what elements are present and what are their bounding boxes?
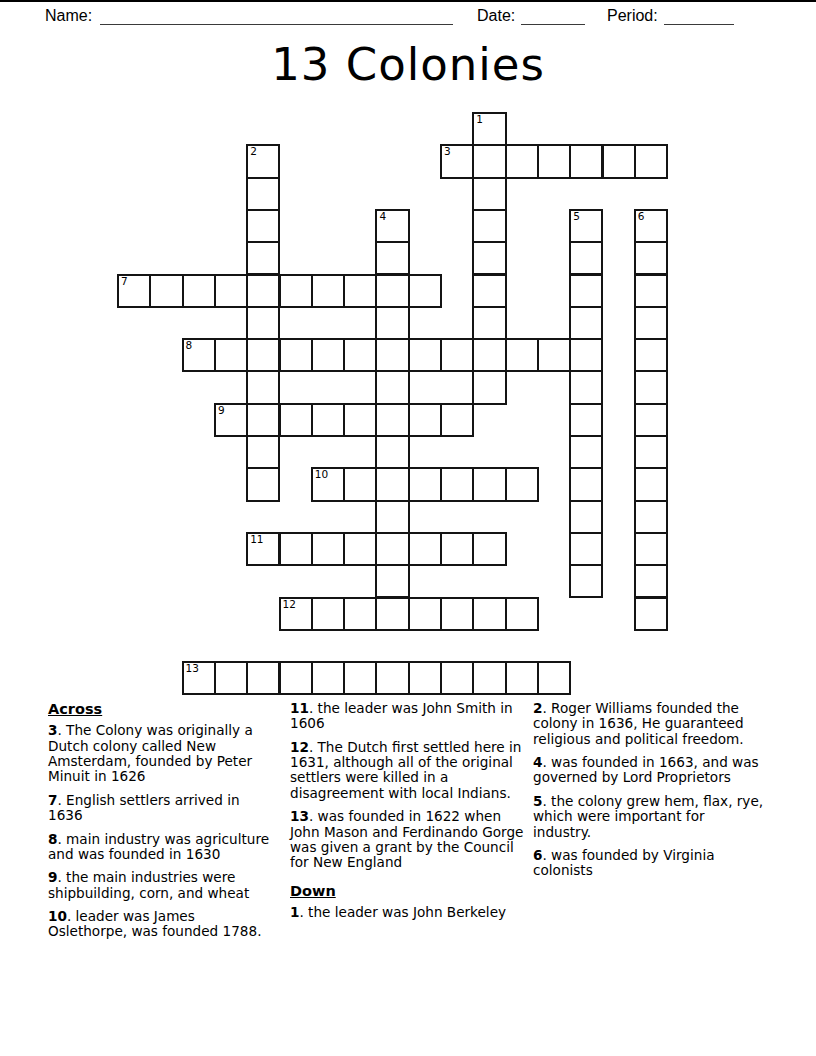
grid-cell-r15c8[interactable] xyxy=(375,597,409,631)
grid-cell-r17c2[interactable]: 13 xyxy=(182,661,216,695)
grid-cell-r12c14[interactable] xyxy=(569,500,603,534)
grid-cell-r1c13[interactable] xyxy=(537,144,571,178)
clue-text: . the leader was John Smith in 1606 xyxy=(290,700,513,731)
clue-text: . The Colony was originally a Dutch colo… xyxy=(48,722,253,784)
grid-cell-r7c4[interactable] xyxy=(246,338,280,372)
grid-cell-r7c3[interactable] xyxy=(214,338,248,372)
name-field[interactable] xyxy=(100,7,453,25)
grid-cell-r6c4[interactable] xyxy=(246,306,280,340)
clue-across-10: 10. leader was James Oslethorpe, was fou… xyxy=(48,909,278,940)
grid-cell-r7c11[interactable] xyxy=(472,338,506,372)
grid-cell-r17c13[interactable] xyxy=(537,661,571,695)
clue-text: . The Dutch first settled here in 1631, … xyxy=(290,739,521,801)
grid-cell-r17c12[interactable] xyxy=(505,661,539,695)
grid-cell-r13c9[interactable] xyxy=(408,532,442,566)
grid-cell-r5c3[interactable] xyxy=(214,274,248,308)
clue-text: . the leader was John Berkeley xyxy=(299,904,506,920)
grid-cell-r11c6[interactable]: 10 xyxy=(311,467,345,501)
clue-across-12: 12. The Dutch first settled here in 1631… xyxy=(290,740,528,801)
grid-cell-r7c14[interactable] xyxy=(569,338,603,372)
grid-cell-r11c12[interactable] xyxy=(505,467,539,501)
clue-text: . was founded in 1622 when John Mason an… xyxy=(290,808,523,870)
cell-number-13: 13 xyxy=(186,663,199,674)
grid-cell-r9c5[interactable] xyxy=(279,403,313,437)
grid-cell-r8c14[interactable] xyxy=(569,370,603,404)
grid-cell-r17c9[interactable] xyxy=(408,661,442,695)
grid-cell-r2c4[interactable] xyxy=(246,177,280,211)
grid-cell-r5c11[interactable] xyxy=(472,274,506,308)
clue-number: 12 xyxy=(290,739,309,755)
grid-cell-r11c7[interactable] xyxy=(343,467,377,501)
grid-cell-r3c8[interactable]: 4 xyxy=(375,209,409,243)
grid-cell-r9c4[interactable] xyxy=(246,403,280,437)
cell-number-7: 7 xyxy=(121,276,128,287)
cell-number-8: 8 xyxy=(186,340,193,351)
grid-cell-r6c8[interactable] xyxy=(375,306,409,340)
cell-number-3: 3 xyxy=(444,146,451,157)
clue-across-3: 3. The Colony was originally a Dutch col… xyxy=(48,723,278,784)
period-field[interactable] xyxy=(664,7,734,25)
grid-cell-r9c3[interactable]: 9 xyxy=(214,403,248,437)
grid-cell-r8c11[interactable] xyxy=(472,370,506,404)
period-label: Period: xyxy=(607,7,658,25)
grid-cell-r9c14[interactable] xyxy=(569,403,603,437)
grid-cell-r13c7[interactable] xyxy=(343,532,377,566)
grid-cell-r7c6[interactable] xyxy=(311,338,345,372)
grid-cell-r17c11[interactable] xyxy=(472,661,506,695)
grid-cell-r3c16[interactable]: 6 xyxy=(634,209,668,243)
worksheet-page: Name: Date: Period: 13 Colonies 12345678… xyxy=(0,0,816,1056)
grid-cell-r13c5[interactable] xyxy=(279,532,313,566)
grid-cell-r5c7[interactable] xyxy=(343,274,377,308)
grid-cell-r6c16[interactable] xyxy=(634,306,668,340)
clue-across-11: 11. the leader was John Smith in 1606 xyxy=(290,701,528,732)
grid-cell-r4c8[interactable] xyxy=(375,241,409,275)
cell-number-12: 12 xyxy=(283,599,296,610)
grid-cell-r3c11[interactable] xyxy=(472,209,506,243)
clue-column-2: 11. the leader was John Smith in 160612.… xyxy=(290,701,528,928)
grid-cell-r11c14[interactable] xyxy=(569,467,603,501)
clue-down-5: 5. the colony grew hem, flax, rye, which… xyxy=(533,794,765,840)
grid-cell-r1c10[interactable]: 3 xyxy=(440,144,474,178)
clue-number: 10 xyxy=(48,908,67,924)
clue-text: . was founded by Virginia colonists xyxy=(533,847,715,878)
clue-down-4: 4. was founded in 1663, and was governed… xyxy=(533,755,765,786)
grid-cell-r5c16[interactable] xyxy=(634,274,668,308)
grid-cell-r13c11[interactable] xyxy=(472,532,506,566)
page-title: 13 Colonies xyxy=(0,38,816,91)
grid-cell-r13c4[interactable]: 11 xyxy=(246,532,280,566)
grid-cell-r9c8[interactable] xyxy=(375,403,409,437)
cell-number-11: 11 xyxy=(250,534,263,545)
grid-cell-r5c9[interactable] xyxy=(408,274,442,308)
grid-cell-r10c14[interactable] xyxy=(569,435,603,469)
grid-cell-r11c4[interactable] xyxy=(246,467,280,501)
date-label: Date: xyxy=(477,7,515,25)
grid-cell-r3c4[interactable] xyxy=(246,209,280,243)
clue-column-3: 2. Roger Williams founded the colony in … xyxy=(533,701,765,887)
grid-cell-r5c4[interactable] xyxy=(246,274,280,308)
clue-text: . English settlers arrived in 1636 xyxy=(48,792,240,823)
clue-number: 11 xyxy=(290,700,309,716)
grid-cell-r5c0[interactable]: 7 xyxy=(117,274,151,308)
grid-cell-r13c10[interactable] xyxy=(440,532,474,566)
grid-cell-r5c5[interactable] xyxy=(279,274,313,308)
grid-cell-r13c8[interactable] xyxy=(375,532,409,566)
date-field[interactable] xyxy=(521,7,585,25)
cell-number-1: 1 xyxy=(476,114,483,125)
grid-cell-r1c11[interactable] xyxy=(472,144,506,178)
cell-number-9: 9 xyxy=(218,405,225,416)
grid-cell-r14c16[interactable] xyxy=(634,564,668,598)
grid-cell-r0c11[interactable]: 1 xyxy=(472,112,506,146)
clue-across-13: 13. was founded in 1622 when John Mason … xyxy=(290,809,528,870)
cell-number-6: 6 xyxy=(638,211,645,222)
grid-cell-r17c4[interactable] xyxy=(246,661,280,695)
grid-cell-r6c14[interactable] xyxy=(569,306,603,340)
grid-cell-r3c14[interactable]: 5 xyxy=(569,209,603,243)
grid-cell-r5c1[interactable] xyxy=(149,274,183,308)
grid-cell-r9c6[interactable] xyxy=(311,403,345,437)
grid-cell-r15c6[interactable] xyxy=(311,597,345,631)
name-label: Name: xyxy=(45,7,92,25)
grid-cell-r17c5[interactable] xyxy=(279,661,313,695)
grid-cell-r1c15[interactable] xyxy=(602,144,636,178)
grid-cell-r8c8[interactable] xyxy=(375,370,409,404)
clue-text: . the colony grew hem, flax, rye, which … xyxy=(533,793,763,840)
grid-cell-r9c7[interactable] xyxy=(343,403,377,437)
grid-cell-r4c4[interactable] xyxy=(246,241,280,275)
grid-cell-r5c2[interactable] xyxy=(182,274,216,308)
grid-cell-r4c14[interactable] xyxy=(569,241,603,275)
clue-across-7: 7. English settlers arrived in 1636 xyxy=(48,793,278,824)
grid-cell-r17c7[interactable] xyxy=(343,661,377,695)
grid-cell-r13c16[interactable] xyxy=(634,532,668,566)
clue-text: . was founded in 1663, and was governed … xyxy=(533,754,759,785)
clue-text: . the main industries were shipbuilding,… xyxy=(48,869,249,900)
clue-text: . leader was James Oslethorpe, was found… xyxy=(48,908,261,939)
clue-down-1: 1. the leader was John Berkeley xyxy=(290,905,528,920)
grid-cell-r7c2[interactable]: 8 xyxy=(182,338,216,372)
grid-cell-r4c11[interactable] xyxy=(472,241,506,275)
grid-cell-r1c4[interactable]: 2 xyxy=(246,144,280,178)
grid-cell-r9c16[interactable] xyxy=(634,403,668,437)
grid-cell-r17c6[interactable] xyxy=(311,661,345,695)
grid-cell-r11c10[interactable] xyxy=(440,467,474,501)
cell-number-10: 10 xyxy=(315,469,328,480)
grid-cell-r5c8[interactable] xyxy=(375,274,409,308)
grid-cell-r7c12[interactable] xyxy=(505,338,539,372)
grid-cell-r10c4[interactable] xyxy=(246,435,280,469)
grid-cell-r15c7[interactable] xyxy=(343,597,377,631)
clue-across-9: 9. the main industries were shipbuilding… xyxy=(48,870,278,901)
grid-cell-r7c10[interactable] xyxy=(440,338,474,372)
grid-cell-r1c12[interactable] xyxy=(505,144,539,178)
grid-cell-r13c14[interactable] xyxy=(569,532,603,566)
grid-cell-r5c6[interactable] xyxy=(311,274,345,308)
cell-number-5: 5 xyxy=(573,211,580,222)
grid-cell-r10c8[interactable] xyxy=(375,435,409,469)
grid-cell-r15c11[interactable] xyxy=(472,597,506,631)
grid-cell-r6c11[interactable] xyxy=(472,306,506,340)
grid-cell-r5c14[interactable] xyxy=(569,274,603,308)
grid-cell-r4c16[interactable] xyxy=(634,241,668,275)
clue-text: . Roger Williams founded the colony in 1… xyxy=(533,700,744,747)
cell-number-4: 4 xyxy=(379,211,386,222)
grid-cell-r13c6[interactable] xyxy=(311,532,345,566)
grid-cell-r15c10[interactable] xyxy=(440,597,474,631)
grid-cell-r1c16[interactable] xyxy=(634,144,668,178)
grid-cell-r7c9[interactable] xyxy=(408,338,442,372)
cell-number-2: 2 xyxy=(250,146,257,157)
down-heading: Down xyxy=(290,883,528,899)
clue-text: . main industry was agriculture and was … xyxy=(48,831,269,862)
grid-cell-r8c4[interactable] xyxy=(246,370,280,404)
grid-cell-r11c8[interactable] xyxy=(375,467,409,501)
clue-column-1: Across3. The Colony was originally a Dut… xyxy=(48,701,278,948)
across-heading: Across xyxy=(48,701,278,717)
clue-down-6: 6. was founded by Virginia colonists xyxy=(533,848,765,879)
grid-cell-r7c7[interactable] xyxy=(343,338,377,372)
grid-cell-r7c13[interactable] xyxy=(537,338,571,372)
grid-cell-r17c3[interactable] xyxy=(214,661,248,695)
grid-cell-r7c16[interactable] xyxy=(634,338,668,372)
crossword-grid: 12345678910111213 xyxy=(117,112,667,694)
clue-down-2: 2. Roger Williams founded the colony in … xyxy=(533,701,765,747)
grid-cell-r15c9[interactable] xyxy=(408,597,442,631)
grid-cell-r9c9[interactable] xyxy=(408,403,442,437)
grid-cell-r17c10[interactable] xyxy=(440,661,474,695)
grid-cell-r17c8[interactable] xyxy=(375,661,409,695)
grid-cell-r15c5[interactable]: 12 xyxy=(279,597,313,631)
grid-cell-r8c16[interactable] xyxy=(634,370,668,404)
grid-cell-r15c16[interactable] xyxy=(634,597,668,631)
grid-cell-r11c9[interactable] xyxy=(408,467,442,501)
grid-cell-r11c16[interactable] xyxy=(634,467,668,501)
grid-cell-r2c11[interactable] xyxy=(472,177,506,211)
clue-number: 13 xyxy=(290,808,309,824)
grid-cell-r12c16[interactable] xyxy=(634,500,668,534)
grid-cell-r12c8[interactable] xyxy=(375,500,409,534)
grid-cell-r15c12[interactable] xyxy=(505,597,539,631)
grid-cell-r9c10[interactable] xyxy=(440,403,474,437)
grid-cell-r10c16[interactable] xyxy=(634,435,668,469)
grid-cell-r14c8[interactable] xyxy=(375,564,409,598)
grid-cell-r1c14[interactable] xyxy=(569,144,603,178)
grid-cell-r7c5[interactable] xyxy=(279,338,313,372)
grid-cell-r11c11[interactable] xyxy=(472,467,506,501)
clue-across-8: 8. main industry was agriculture and was… xyxy=(48,832,278,863)
grid-cell-r14c14[interactable] xyxy=(569,564,603,598)
grid-cell-r7c8[interactable] xyxy=(375,338,409,372)
